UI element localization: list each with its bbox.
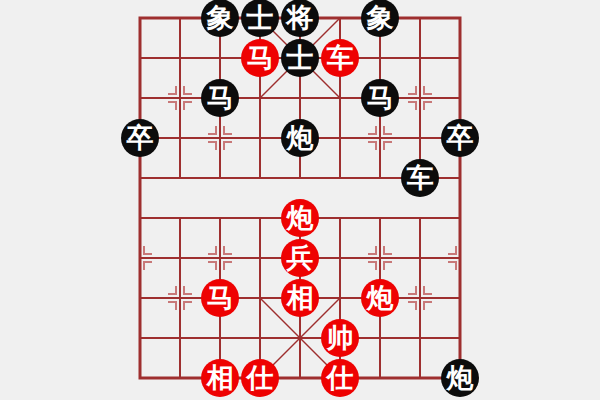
piece-red-horse[interactable]: 马 [241,39,279,77]
piece-red-horse[interactable]: 马 [201,279,239,317]
piece-glyph: 马 [207,79,234,117]
piece-glyph: 将 [287,0,314,37]
piece-black-chariot[interactable]: 车 [401,159,439,197]
piece-black-cannon[interactable]: 炮 [441,359,479,397]
piece-red-advisor[interactable]: 仕 [241,359,279,397]
piece-red-soldier[interactable]: 兵 [281,239,319,277]
piece-glyph: 炮 [367,279,394,317]
piece-red-elephant[interactable]: 相 [201,359,239,397]
piece-glyph: 车 [327,39,354,77]
piece-glyph: 炮 [287,199,314,237]
piece-black-horse[interactable]: 马 [361,79,399,117]
piece-glyph: 仕 [247,359,274,397]
piece-glyph: 士 [287,39,314,77]
piece-red-advisor[interactable]: 仕 [321,359,359,397]
piece-glyph: 卒 [127,119,154,157]
piece-glyph: 炮 [287,119,314,157]
piece-glyph: 象 [207,0,234,37]
piece-black-elephant[interactable]: 象 [361,0,399,37]
piece-red-chariot[interactable]: 车 [321,39,359,77]
piece-glyph: 仕 [327,359,354,397]
piece-glyph: 帅 [327,319,354,357]
piece-black-soldier[interactable]: 卒 [441,119,479,157]
piece-glyph: 车 [407,159,434,197]
piece-black-horse[interactable]: 马 [201,79,239,117]
piece-black-advisor[interactable]: 士 [281,39,319,77]
piece-red-elephant[interactable]: 相 [281,279,319,317]
piece-glyph: 卒 [447,119,474,157]
piece-black-general[interactable]: 将 [281,0,319,37]
piece-glyph: 马 [207,279,234,317]
piece-red-cannon[interactable]: 炮 [281,199,319,237]
piece-black-soldier[interactable]: 卒 [121,119,159,157]
piece-red-general[interactable]: 帅 [321,319,359,357]
piece-glyph: 炮 [447,359,474,397]
piece-glyph: 相 [287,279,314,317]
piece-glyph: 兵 [287,239,314,277]
piece-black-advisor[interactable]: 士 [241,0,279,37]
piece-glyph: 马 [247,39,274,77]
piece-glyph: 象 [367,0,394,37]
piece-glyph: 马 [367,79,394,117]
piece-glyph: 相 [207,359,234,397]
piece-glyph: 士 [247,0,274,37]
piece-black-cannon[interactable]: 炮 [281,119,319,157]
piece-black-elephant[interactable]: 象 [201,0,239,37]
xiangqi-diagram: 象士将象马士车马马卒炮卒车炮兵马相炮帅相仕仕炮 [0,0,600,400]
piece-red-cannon[interactable]: 炮 [361,279,399,317]
